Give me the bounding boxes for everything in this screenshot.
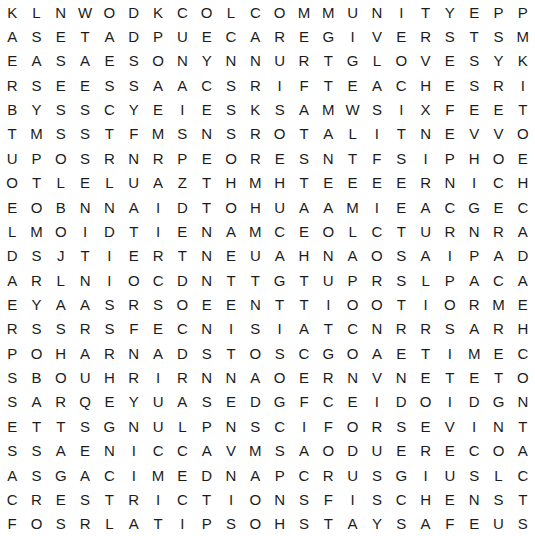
grid-cell[interactable]: T (340, 146, 364, 170)
grid-cell[interactable]: L (219, 0, 243, 24)
grid-cell[interactable]: I (365, 122, 389, 146)
grid-cell[interactable]: S (24, 244, 48, 268)
grid-cell[interactable]: F (292, 390, 316, 414)
grid-cell[interactable]: S (73, 146, 97, 170)
grid-cell[interactable]: G (316, 24, 340, 48)
grid-cell[interactable]: C (316, 390, 340, 414)
grid-cell[interactable]: Y (365, 512, 389, 536)
grid-cell[interactable]: A (462, 268, 486, 292)
grid-cell[interactable]: E (97, 49, 121, 73)
grid-cell[interactable]: R (438, 219, 462, 243)
grid-cell[interactable]: A (316, 122, 340, 146)
grid-cell[interactable]: M (146, 463, 170, 487)
grid-cell[interactable]: S (389, 414, 413, 438)
grid-cell[interactable]: I (97, 268, 121, 292)
grid-cell[interactable]: Y (24, 292, 48, 316)
grid-cell[interactable]: O (49, 365, 73, 389)
grid-cell[interactable]: D (243, 390, 267, 414)
grid-cell[interactable]: E (340, 390, 364, 414)
grid-cell[interactable]: N (268, 487, 292, 511)
grid-cell[interactable]: R (97, 146, 121, 170)
grid-cell[interactable]: I (146, 195, 170, 219)
grid-cell[interactable]: C (511, 195, 535, 219)
grid-cell[interactable]: R (146, 146, 170, 170)
grid-cell[interactable]: O (365, 292, 389, 316)
grid-cell[interactable]: S (438, 317, 462, 341)
grid-cell[interactable]: E (438, 122, 462, 146)
grid-cell[interactable]: D (340, 439, 364, 463)
grid-cell[interactable]: G (340, 49, 364, 73)
grid-cell[interactable]: O (389, 49, 413, 73)
grid-cell[interactable]: H (243, 195, 267, 219)
grid-cell[interactable]: C (486, 268, 510, 292)
grid-cell[interactable]: A (243, 463, 267, 487)
grid-cell[interactable]: T (316, 512, 340, 536)
grid-cell[interactable]: S (0, 439, 24, 463)
grid-cell[interactable]: T (49, 414, 73, 438)
grid-cell[interactable]: C (195, 73, 219, 97)
grid-cell[interactable]: A (486, 244, 510, 268)
grid-cell[interactable]: N (462, 487, 486, 511)
grid-cell[interactable]: L (97, 171, 121, 195)
grid-cell[interactable]: A (195, 439, 219, 463)
grid-cell[interactable]: W (340, 97, 364, 121)
grid-cell[interactable]: N (122, 414, 146, 438)
grid-cell[interactable]: R (486, 73, 510, 97)
grid-cell[interactable]: E (389, 171, 413, 195)
grid-cell[interactable]: D (511, 244, 535, 268)
grid-cell[interactable]: E (292, 365, 316, 389)
grid-cell[interactable]: P (0, 341, 24, 365)
grid-cell[interactable]: N (413, 122, 437, 146)
grid-cell[interactable]: P (170, 146, 194, 170)
grid-cell[interactable]: A (243, 24, 267, 48)
grid-cell[interactable]: T (413, 0, 437, 24)
grid-cell[interactable]: H (462, 146, 486, 170)
grid-cell[interactable]: F (316, 487, 340, 511)
grid-cell[interactable]: P (340, 268, 364, 292)
grid-cell[interactable]: S (49, 122, 73, 146)
grid-cell[interactable]: S (24, 439, 48, 463)
grid-cell[interactable]: N (462, 219, 486, 243)
grid-cell[interactable]: E (0, 49, 24, 73)
grid-cell[interactable]: Y (24, 97, 48, 121)
grid-cell[interactable]: C (511, 463, 535, 487)
grid-cell[interactable]: P (195, 512, 219, 536)
grid-cell[interactable]: V (365, 365, 389, 389)
grid-cell[interactable]: I (268, 317, 292, 341)
grid-cell[interactable]: A (170, 390, 194, 414)
grid-cell[interactable]: C (292, 341, 316, 365)
grid-cell[interactable]: I (365, 195, 389, 219)
grid-cell[interactable]: T (316, 73, 340, 97)
grid-cell[interactable]: I (97, 244, 121, 268)
grid-cell[interactable]: C (389, 487, 413, 511)
grid-cell[interactable]: G (268, 390, 292, 414)
grid-cell[interactable]: N (389, 365, 413, 389)
grid-cell[interactable]: Y (122, 390, 146, 414)
grid-cell[interactable]: E (73, 73, 97, 97)
grid-cell[interactable]: T (195, 171, 219, 195)
grid-cell[interactable]: A (511, 268, 535, 292)
grid-cell[interactable]: A (511, 439, 535, 463)
grid-cell[interactable]: F (122, 317, 146, 341)
grid-cell[interactable]: C (438, 195, 462, 219)
grid-cell[interactable]: S (195, 341, 219, 365)
grid-cell[interactable]: E (73, 171, 97, 195)
grid-cell[interactable]: R (413, 171, 437, 195)
grid-cell[interactable]: E (438, 439, 462, 463)
grid-cell[interactable]: S (73, 97, 97, 121)
grid-cell[interactable]: N (195, 244, 219, 268)
grid-cell[interactable]: D (122, 24, 146, 48)
grid-cell[interactable]: E (73, 439, 97, 463)
grid-cell[interactable]: E (195, 146, 219, 170)
grid-cell[interactable]: O (486, 146, 510, 170)
grid-cell[interactable]: N (195, 268, 219, 292)
grid-cell[interactable]: A (511, 219, 535, 243)
grid-cell[interactable]: L (24, 0, 48, 24)
grid-cell[interactable]: O (340, 292, 364, 316)
grid-cell[interactable]: S (243, 317, 267, 341)
grid-cell[interactable]: A (0, 268, 24, 292)
grid-cell[interactable]: U (122, 171, 146, 195)
grid-cell[interactable]: C (170, 487, 194, 511)
grid-cell[interactable]: C (97, 463, 121, 487)
grid-cell[interactable]: O (365, 244, 389, 268)
grid-cell[interactable]: R (122, 365, 146, 389)
grid-cell[interactable]: E (219, 292, 243, 316)
grid-cell[interactable]: D (0, 244, 24, 268)
grid-cell[interactable]: S (462, 73, 486, 97)
grid-cell[interactable]: S (24, 463, 48, 487)
grid-cell[interactable]: O (219, 195, 243, 219)
grid-cell[interactable]: T (219, 268, 243, 292)
grid-cell[interactable]: T (292, 292, 316, 316)
grid-cell[interactable]: B (24, 365, 48, 389)
grid-cell[interactable]: T (511, 487, 535, 511)
grid-cell[interactable]: T (146, 512, 170, 536)
grid-cell[interactable]: T (0, 122, 24, 146)
grid-cell[interactable]: E (292, 24, 316, 48)
grid-cell[interactable]: I (170, 97, 194, 121)
grid-cell[interactable]: E (195, 24, 219, 48)
grid-cell[interactable]: A (49, 292, 73, 316)
grid-cell[interactable]: E (0, 195, 24, 219)
grid-cell[interactable]: S (97, 292, 121, 316)
grid-cell[interactable]: H (292, 244, 316, 268)
grid-cell[interactable]: Z (170, 171, 194, 195)
grid-cell[interactable]: S (389, 512, 413, 536)
grid-cell[interactable]: I (73, 219, 97, 243)
grid-cell[interactable]: T (170, 244, 194, 268)
grid-cell[interactable]: T (219, 341, 243, 365)
grid-cell[interactable]: M (511, 24, 535, 48)
grid-cell[interactable]: I (146, 487, 170, 511)
grid-cell[interactable]: E (462, 97, 486, 121)
grid-cell[interactable]: T (438, 365, 462, 389)
grid-cell[interactable]: O (195, 0, 219, 24)
grid-cell[interactable]: V (413, 49, 437, 73)
grid-cell[interactable]: G (389, 463, 413, 487)
grid-cell[interactable]: Y (486, 49, 510, 73)
grid-cell[interactable]: O (268, 0, 292, 24)
grid-cell[interactable]: X (413, 97, 437, 121)
grid-cell[interactable]: T (413, 341, 437, 365)
grid-cell[interactable]: A (292, 439, 316, 463)
grid-cell[interactable]: O (243, 512, 267, 536)
grid-cell[interactable]: L (365, 49, 389, 73)
grid-cell[interactable]: R (413, 24, 437, 48)
grid-cell[interactable]: N (97, 195, 121, 219)
grid-cell[interactable]: A (146, 341, 170, 365)
grid-cell[interactable]: Q (73, 390, 97, 414)
grid-cell[interactable]: S (486, 487, 510, 511)
grid-cell[interactable]: S (0, 365, 24, 389)
grid-cell[interactable]: E (438, 49, 462, 73)
grid-cell[interactable]: I (438, 390, 462, 414)
grid-cell[interactable]: N (243, 292, 267, 316)
grid-cell[interactable]: O (24, 195, 48, 219)
grid-cell[interactable]: I (511, 73, 535, 97)
grid-cell[interactable]: O (316, 439, 340, 463)
grid-cell[interactable]: S (268, 341, 292, 365)
grid-cell[interactable]: U (413, 219, 437, 243)
grid-cell[interactable]: A (122, 195, 146, 219)
grid-cell[interactable]: R (24, 487, 48, 511)
grid-cell[interactable]: D (97, 219, 121, 243)
grid-cell[interactable]: A (292, 317, 316, 341)
grid-cell[interactable]: L (97, 512, 121, 536)
grid-cell[interactable]: O (219, 146, 243, 170)
grid-cell[interactable]: D (170, 195, 194, 219)
grid-cell[interactable]: A (97, 24, 121, 48)
grid-cell[interactable]: A (24, 390, 48, 414)
grid-cell[interactable]: R (243, 146, 267, 170)
grid-cell[interactable]: O (413, 390, 437, 414)
grid-cell[interactable]: C (170, 0, 194, 24)
grid-cell[interactable]: P (438, 268, 462, 292)
grid-cell[interactable]: A (340, 512, 364, 536)
grid-cell[interactable]: A (365, 73, 389, 97)
grid-cell[interactable]: R (389, 317, 413, 341)
grid-cell[interactable]: I (389, 0, 413, 24)
grid-cell[interactable]: M (292, 0, 316, 24)
grid-cell[interactable]: O (438, 292, 462, 316)
grid-cell[interactable]: G (268, 268, 292, 292)
grid-cell[interactable]: S (365, 97, 389, 121)
grid-cell[interactable]: Y (195, 49, 219, 73)
grid-cell[interactable]: N (219, 49, 243, 73)
grid-cell[interactable]: N (195, 219, 219, 243)
grid-cell[interactable]: R (122, 292, 146, 316)
grid-cell[interactable]: R (73, 317, 97, 341)
grid-cell[interactable]: E (49, 73, 73, 97)
grid-cell[interactable]: E (486, 341, 510, 365)
grid-cell[interactable]: A (413, 195, 437, 219)
grid-cell[interactable]: S (511, 512, 535, 536)
grid-cell[interactable]: E (413, 365, 437, 389)
grid-cell[interactable]: E (49, 24, 73, 48)
grid-cell[interactable]: S (486, 24, 510, 48)
grid-cell[interactable]: C (462, 439, 486, 463)
grid-cell[interactable]: L (49, 268, 73, 292)
grid-cell[interactable]: A (146, 73, 170, 97)
grid-cell[interactable]: M (24, 219, 48, 243)
grid-cell[interactable]: I (413, 146, 437, 170)
grid-cell[interactable]: T (292, 268, 316, 292)
grid-cell[interactable]: S (219, 122, 243, 146)
grid-cell[interactable]: A (243, 365, 267, 389)
grid-cell[interactable]: R (146, 244, 170, 268)
grid-cell[interactable]: E (195, 97, 219, 121)
grid-cell[interactable]: L (486, 463, 510, 487)
grid-cell[interactable]: I (292, 414, 316, 438)
grid-cell[interactable]: S (462, 49, 486, 73)
grid-cell[interactable]: T (486, 365, 510, 389)
grid-cell[interactable]: S (97, 317, 121, 341)
grid-cell[interactable]: N (365, 317, 389, 341)
grid-cell[interactable]: U (316, 268, 340, 292)
grid-cell[interactable]: T (97, 487, 121, 511)
grid-cell[interactable]: U (73, 365, 97, 389)
grid-cell[interactable]: N (486, 414, 510, 438)
grid-cell[interactable]: I (462, 414, 486, 438)
grid-cell[interactable]: C (511, 341, 535, 365)
grid-cell[interactable]: A (316, 195, 340, 219)
grid-cell[interactable]: E (146, 317, 170, 341)
grid-cell[interactable]: S (438, 24, 462, 48)
grid-cell[interactable]: C (486, 171, 510, 195)
grid-cell[interactable]: P (24, 146, 48, 170)
grid-cell[interactable]: A (462, 317, 486, 341)
grid-cell[interactable]: S (268, 439, 292, 463)
grid-cell[interactable]: R (292, 49, 316, 73)
grid-cell[interactable]: R (365, 268, 389, 292)
grid-cell[interactable]: T (511, 97, 535, 121)
grid-cell[interactable]: O (122, 268, 146, 292)
grid-cell[interactable]: L (0, 219, 24, 243)
grid-cell[interactable]: H (97, 365, 121, 389)
grid-cell[interactable]: A (73, 341, 97, 365)
grid-cell[interactable]: R (486, 219, 510, 243)
grid-cell[interactable]: I (340, 487, 364, 511)
grid-cell[interactable]: D (170, 341, 194, 365)
grid-cell[interactable]: E (292, 219, 316, 243)
grid-cell[interactable]: O (316, 219, 340, 243)
grid-cell[interactable]: T (316, 317, 340, 341)
grid-cell[interactable]: N (97, 439, 121, 463)
grid-cell[interactable]: E (389, 439, 413, 463)
grid-cell[interactable]: T (389, 292, 413, 316)
grid-cell[interactable]: P (195, 414, 219, 438)
grid-cell[interactable]: S (219, 512, 243, 536)
grid-cell[interactable]: S (195, 390, 219, 414)
grid-cell[interactable]: A (0, 463, 24, 487)
grid-cell[interactable]: I (413, 292, 437, 316)
grid-cell[interactable]: A (24, 49, 48, 73)
grid-cell[interactable]: R (0, 73, 24, 97)
grid-cell[interactable]: C (292, 463, 316, 487)
grid-cell[interactable]: D (462, 390, 486, 414)
grid-cell[interactable]: Y (438, 0, 462, 24)
grid-cell[interactable]: S (49, 97, 73, 121)
grid-cell[interactable]: U (438, 463, 462, 487)
grid-cell[interactable]: R (316, 365, 340, 389)
grid-cell[interactable]: C (268, 219, 292, 243)
grid-cell[interactable]: T (292, 171, 316, 195)
grid-cell[interactable]: S (122, 49, 146, 73)
grid-cell[interactable]: H (268, 512, 292, 536)
grid-cell[interactable]: A (413, 512, 437, 536)
grid-cell[interactable]: A (340, 244, 364, 268)
grid-cell[interactable]: S (219, 73, 243, 97)
grid-cell[interactable]: O (486, 439, 510, 463)
grid-cell[interactable]: N (316, 146, 340, 170)
grid-cell[interactable]: T (511, 414, 535, 438)
grid-cell[interactable]: E (268, 146, 292, 170)
grid-cell[interactable]: S (73, 414, 97, 438)
grid-cell[interactable]: R (73, 512, 97, 536)
grid-cell[interactable]: I (170, 512, 194, 536)
grid-cell[interactable]: M (243, 219, 267, 243)
grid-cell[interactable]: A (0, 24, 24, 48)
grid-cell[interactable]: E (0, 292, 24, 316)
grid-cell[interactable]: D (195, 463, 219, 487)
grid-cell[interactable]: N (170, 49, 194, 73)
grid-cell[interactable]: T (73, 244, 97, 268)
grid-cell[interactable]: U (243, 244, 267, 268)
grid-cell[interactable]: S (49, 512, 73, 536)
grid-cell[interactable]: E (219, 244, 243, 268)
grid-cell[interactable]: T (122, 219, 146, 243)
grid-cell[interactable]: B (49, 195, 73, 219)
grid-cell[interactable]: H (268, 171, 292, 195)
grid-cell[interactable]: R (462, 292, 486, 316)
grid-cell[interactable]: E (170, 219, 194, 243)
grid-cell[interactable]: I (413, 463, 437, 487)
grid-cell[interactable]: E (462, 512, 486, 536)
grid-cell[interactable]: A (73, 463, 97, 487)
grid-cell[interactable]: E (462, 0, 486, 24)
grid-cell[interactable]: R (413, 439, 437, 463)
grid-cell[interactable]: R (97, 341, 121, 365)
grid-cell[interactable]: D (122, 0, 146, 24)
grid-cell[interactable]: S (462, 463, 486, 487)
grid-cell[interactable]: N (122, 146, 146, 170)
grid-cell[interactable]: M (340, 195, 364, 219)
grid-cell[interactable]: K (243, 97, 267, 121)
grid-cell[interactable]: I (438, 244, 462, 268)
grid-cell[interactable]: A (73, 49, 97, 73)
grid-cell[interactable]: M (316, 0, 340, 24)
grid-cell[interactable]: A (122, 512, 146, 536)
grid-cell[interactable]: G (462, 195, 486, 219)
grid-cell[interactable]: G (49, 463, 73, 487)
grid-cell[interactable]: C (219, 24, 243, 48)
grid-cell[interactable]: E (146, 97, 170, 121)
grid-cell[interactable]: F (438, 512, 462, 536)
grid-cell[interactable]: O (24, 512, 48, 536)
grid-cell[interactable]: S (122, 73, 146, 97)
grid-cell[interactable]: T (195, 487, 219, 511)
grid-cell[interactable]: O (268, 365, 292, 389)
grid-cell[interactable]: N (73, 268, 97, 292)
grid-cell[interactable]: N (340, 365, 364, 389)
grid-cell[interactable]: R (365, 414, 389, 438)
grid-cell[interactable]: E (49, 487, 73, 511)
grid-cell[interactable]: M (243, 171, 267, 195)
